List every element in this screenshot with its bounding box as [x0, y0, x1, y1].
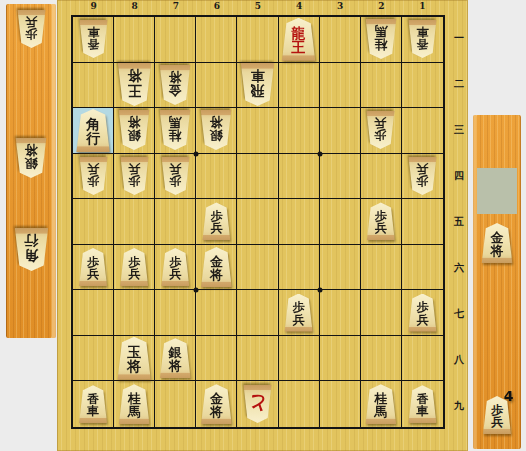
square-6-6[interactable]: 金将	[196, 245, 237, 291]
piece-kanji: 兵	[491, 416, 503, 428]
square-2-5[interactable]: 歩兵	[361, 199, 402, 245]
file-label: 1	[402, 1, 443, 14]
square-3-2[interactable]	[320, 63, 361, 109]
square-4-8[interactable]	[279, 336, 320, 382]
piece-kanji: 玉	[127, 345, 141, 359]
square-4-6[interactable]	[279, 245, 320, 291]
hoshi-dot	[194, 151, 199, 156]
piece-kanji: 王	[127, 84, 141, 98]
square-5-5[interactable]	[237, 199, 278, 245]
piece-king-gote[interactable]: 王将	[116, 63, 153, 106]
piece-kanji: 兵	[293, 314, 305, 326]
square-2-7[interactable]	[361, 290, 402, 336]
square-2-4[interactable]	[361, 154, 402, 200]
piece-kanji: 歩	[87, 175, 99, 187]
piece-kanji: 歩	[375, 129, 387, 141]
piece-pawn-gote[interactable]: 歩兵	[160, 157, 191, 195]
piece-kanji: 車	[250, 70, 264, 84]
square-8-5[interactable]	[114, 199, 155, 245]
piece-pawn-gote[interactable]: 歩兵	[407, 157, 438, 195]
piece-kanji: 将	[169, 359, 182, 372]
piece-gold-sente[interactable]: 金将	[199, 247, 233, 287]
square-4-4[interactable]	[279, 154, 320, 200]
square-8-1[interactable]	[114, 17, 155, 63]
piece-kanji: と	[248, 394, 267, 413]
rank-label: 八	[451, 337, 467, 383]
piece-bishop-sente[interactable]: 角行	[75, 109, 112, 152]
square-6-9[interactable]: 金将	[196, 381, 237, 427]
square-9-8[interactable]	[73, 336, 114, 382]
piece-kanji: 香	[416, 38, 428, 50]
square-9-2[interactable]	[73, 63, 114, 109]
piece-pawn-sente[interactable]: 歩兵	[365, 202, 396, 240]
file-label: 7	[155, 1, 196, 14]
piece-pawn-gote[interactable]: 歩兵	[78, 157, 109, 195]
square-7-6[interactable]: 歩兵	[155, 245, 196, 291]
hand-slot-silver: 銀将	[6, 138, 56, 178]
piece-kanji: 兵	[87, 163, 99, 175]
square-6-7[interactable]	[196, 290, 237, 336]
piece-kanji: 桂	[128, 392, 141, 405]
piece-kanji: 歩	[293, 301, 305, 313]
piece-kanji: 兵	[169, 163, 181, 175]
piece-pawn-sente[interactable]: 歩兵	[283, 294, 314, 332]
piece-kanji: 将	[169, 71, 182, 84]
square-7-5[interactable]	[155, 199, 196, 245]
square-9-3[interactable]: 角行	[73, 108, 114, 154]
file-label: 2	[361, 1, 402, 14]
rank-labels-column: 一二三四五六七八九	[451, 15, 467, 429]
piece-kanji: 銀	[210, 129, 223, 142]
piece-kanji: 金	[491, 231, 504, 244]
file-label: 6	[196, 1, 237, 14]
piece-king-sente[interactable]: 玉将	[116, 337, 153, 380]
square-2-1[interactable]: 桂馬	[361, 17, 402, 63]
square-4-1[interactable]: 龍王	[279, 17, 320, 63]
square-3-4[interactable]	[320, 154, 361, 200]
piece-kanji: 兵	[25, 16, 37, 28]
piece-kanji: 兵	[128, 163, 140, 175]
piece-kanji: 将	[127, 70, 141, 84]
piece-kanji: 龍	[292, 26, 306, 40]
piece-kanji: 車	[416, 26, 428, 38]
piece-gold-gote[interactable]: 金将	[158, 65, 192, 105]
square-4-2[interactable]	[279, 63, 320, 109]
square-3-6[interactable]	[320, 245, 361, 291]
piece-kanji: 飛	[250, 84, 264, 98]
square-9-4[interactable]: 歩兵	[73, 154, 114, 200]
square-8-9[interactable]: 桂馬	[114, 381, 155, 427]
rank-label: 一	[451, 15, 467, 61]
board-grid: 香車龍王桂馬香車王将金将飛車角行銀将桂馬銀将歩兵歩兵歩兵歩兵歩兵歩兵歩兵歩兵歩兵…	[73, 17, 443, 427]
piece-kanji: 歩	[128, 175, 140, 187]
piece-kanji: 歩	[416, 175, 428, 187]
square-1-2[interactable]	[402, 63, 443, 109]
hoshi-dot	[194, 288, 199, 293]
piece-kanji: 馬	[169, 116, 182, 129]
sente-captured-stand: 金将歩兵4	[473, 115, 521, 449]
piece-kanji: 歩	[169, 175, 181, 187]
piece-kanji: 馬	[374, 25, 387, 38]
piece-kanji: 角	[24, 249, 38, 263]
square-4-5[interactable]	[279, 199, 320, 245]
board-grid-frame: 香車龍王桂馬香車王将金将飛車角行銀将桂馬銀将歩兵歩兵歩兵歩兵歩兵歩兵歩兵歩兵歩兵…	[71, 15, 445, 429]
rank-label: 六	[451, 245, 467, 291]
file-labels-row: 987654321	[73, 1, 443, 14]
square-3-3[interactable]	[320, 108, 361, 154]
square-5-3[interactable]	[237, 108, 278, 154]
square-9-7[interactable]	[73, 290, 114, 336]
square-7-7[interactable]	[155, 290, 196, 336]
piece-rook-gote[interactable]: 飛車	[239, 63, 276, 106]
piece-silver-gote[interactable]: 銀将	[14, 138, 48, 178]
square-7-1[interactable]	[155, 17, 196, 63]
piece-kanji: 兵	[210, 222, 222, 234]
piece-kanji: 将	[128, 116, 141, 129]
square-5-6[interactable]	[237, 245, 278, 291]
hand-piece-count: 4	[504, 388, 514, 404]
file-label: 4	[279, 1, 320, 14]
square-2-6[interactable]	[361, 245, 402, 291]
hand-slot-bishop: 角行	[6, 228, 56, 271]
square-1-9[interactable]: 香車	[402, 381, 443, 427]
piece-kanji: 車	[87, 405, 99, 417]
rank-label: 七	[451, 291, 467, 337]
rank-label: 四	[451, 153, 467, 199]
piece-kanji: 将	[210, 116, 223, 129]
square-2-8[interactable]	[361, 336, 402, 382]
piece-kanji: 兵	[416, 163, 428, 175]
square-5-7[interactable]	[237, 290, 278, 336]
square-4-3[interactable]	[279, 108, 320, 154]
square-2-9[interactable]: 桂馬	[361, 381, 402, 427]
piece-knight-sente[interactable]: 桂馬	[117, 384, 151, 424]
square-5-8[interactable]	[237, 336, 278, 382]
shogi-app: 歩兵銀将角行 987654321 一二三四五六七八九 香車龍王桂馬香車王将金将飛…	[0, 0, 526, 451]
piece-pawn-gote[interactable]: 歩兵	[16, 10, 47, 48]
square-1-7[interactable]: 歩兵	[402, 290, 443, 336]
piece-silver-sente[interactable]: 銀将	[158, 338, 192, 378]
piece-pawn-sente[interactable]: 歩兵	[78, 248, 109, 286]
square-1-5[interactable]	[402, 199, 443, 245]
square-3-8[interactable]	[320, 336, 361, 382]
file-label: 5	[237, 1, 278, 14]
piece-kanji: 将	[25, 144, 38, 157]
piece-lance-gote[interactable]: 香車	[78, 20, 109, 58]
piece-gold-sente[interactable]: 金将	[480, 223, 514, 263]
square-5-4[interactable]	[237, 154, 278, 200]
piece-kanji: 馬	[128, 405, 141, 418]
piece-silver-gote[interactable]: 銀将	[117, 110, 151, 150]
piece-kanji: 兵	[128, 268, 140, 280]
square-1-6[interactable]	[402, 245, 443, 291]
piece-kanji: 兵	[375, 117, 387, 129]
square-9-1[interactable]: 香車	[73, 17, 114, 63]
square-4-9[interactable]	[279, 381, 320, 427]
piece-bishop-gote[interactable]: 角行	[13, 228, 50, 271]
piece-lance-sente[interactable]: 香車	[407, 385, 438, 423]
square-6-3[interactable]: 銀将	[196, 108, 237, 154]
square-3-9[interactable]	[320, 381, 361, 427]
square-9-6[interactable]: 歩兵	[73, 245, 114, 291]
piece-kanji: 角	[86, 117, 100, 131]
gote-captured-stand: 歩兵銀将角行	[6, 4, 56, 338]
piece-silver-gote[interactable]: 銀将	[199, 110, 233, 150]
piece-kanji: 行	[86, 131, 100, 145]
square-3-5[interactable]	[320, 199, 361, 245]
square-2-2[interactable]	[361, 63, 402, 109]
piece-kanji: 歩	[416, 301, 428, 313]
piece-pawn-gote[interactable]: 歩兵	[365, 111, 396, 149]
piece-kanji: 桂	[374, 392, 387, 405]
rank-label: 二	[451, 61, 467, 107]
piece-kanji: 行	[24, 234, 38, 248]
piece-tokin-gote[interactable]: と	[242, 385, 273, 423]
square-6-5[interactable]: 歩兵	[196, 199, 237, 245]
file-label: 3	[320, 1, 361, 14]
piece-lance-sente[interactable]: 香車	[78, 385, 109, 423]
square-7-2[interactable]: 金将	[155, 63, 196, 109]
empty-hand-slot	[477, 168, 517, 214]
piece-pawn-gote[interactable]: 歩兵	[119, 157, 150, 195]
square-7-8[interactable]: 銀将	[155, 336, 196, 382]
piece-dragon-sente[interactable]: 龍王	[280, 18, 317, 61]
square-3-1[interactable]	[320, 17, 361, 63]
piece-gold-sente[interactable]: 金将	[199, 384, 233, 424]
piece-kanji: 車	[87, 26, 99, 38]
square-7-3[interactable]: 桂馬	[155, 108, 196, 154]
piece-kanji: 歩	[25, 28, 37, 40]
square-8-7[interactable]	[114, 290, 155, 336]
square-8-8[interactable]: 玉将	[114, 336, 155, 382]
square-8-4[interactable]: 歩兵	[114, 154, 155, 200]
piece-kanji: 銀	[128, 129, 141, 142]
piece-kanji: 銀	[25, 157, 38, 170]
square-9-5[interactable]	[73, 199, 114, 245]
square-2-3[interactable]: 歩兵	[361, 108, 402, 154]
rank-label: 五	[451, 199, 467, 245]
piece-pawn-sente[interactable]: 歩兵	[407, 294, 438, 332]
piece-kanji: 金	[210, 392, 223, 405]
square-8-6[interactable]: 歩兵	[114, 245, 155, 291]
square-1-1[interactable]: 香車	[402, 17, 443, 63]
piece-kanji: 金	[210, 255, 223, 268]
square-8-2[interactable]: 王将	[114, 63, 155, 109]
piece-lance-gote[interactable]: 香車	[407, 20, 438, 58]
piece-kanji: 車	[416, 405, 428, 417]
hoshi-dot	[317, 151, 322, 156]
square-3-7[interactable]	[320, 290, 361, 336]
rank-label: 三	[451, 107, 467, 153]
square-1-8[interactable]	[402, 336, 443, 382]
square-5-9[interactable]: と	[237, 381, 278, 427]
square-6-8[interactable]	[196, 336, 237, 382]
piece-kanji: 銀	[169, 346, 182, 359]
piece-kanji: 桂	[169, 129, 182, 142]
file-label: 8	[114, 1, 155, 14]
square-6-2[interactable]	[196, 63, 237, 109]
square-6-4[interactable]	[196, 154, 237, 200]
piece-pawn-sente[interactable]: 歩兵	[119, 248, 150, 286]
piece-kanji: 将	[127, 359, 141, 373]
square-1-4[interactable]: 歩兵	[402, 154, 443, 200]
hand-slot-pawn: 歩兵	[6, 10, 56, 48]
square-9-9[interactable]: 香車	[73, 381, 114, 427]
piece-knight-sente[interactable]: 桂馬	[364, 384, 398, 424]
piece-kanji: 将	[210, 405, 223, 418]
hand-slot-gold: 金将	[473, 223, 521, 263]
square-1-3[interactable]	[402, 108, 443, 154]
piece-pawn-sente[interactable]: 歩兵	[201, 202, 232, 240]
piece-kanji: 馬	[374, 405, 387, 418]
piece-kanji: 香	[87, 38, 99, 50]
file-label: 9	[73, 1, 114, 14]
board-panel: 987654321 一二三四五六七八九 香車龍王桂馬香車王将金将飛車角行銀将桂馬…	[57, 0, 468, 451]
piece-knight-gote[interactable]: 桂馬	[364, 19, 398, 59]
piece-pawn-sente[interactable]: 歩兵	[160, 248, 191, 286]
piece-kanji: 将	[491, 244, 504, 257]
square-7-4[interactable]: 歩兵	[155, 154, 196, 200]
piece-kanji: 将	[210, 268, 223, 281]
piece-pawn-sente[interactable]: 歩兵4	[482, 396, 513, 434]
square-4-7[interactable]: 歩兵	[279, 290, 320, 336]
square-7-9[interactable]	[155, 381, 196, 427]
square-6-1[interactable]	[196, 17, 237, 63]
piece-kanji: 兵	[87, 268, 99, 280]
piece-kanji: 桂	[374, 38, 387, 51]
hoshi-dot	[317, 288, 322, 293]
square-5-1[interactable]	[237, 17, 278, 63]
piece-knight-gote[interactable]: 桂馬	[158, 110, 192, 150]
piece-kanji: 王	[292, 40, 306, 54]
piece-kanji: 兵	[169, 268, 181, 280]
hand-slot-pawn: 歩兵4	[473, 396, 521, 434]
rank-label: 九	[451, 383, 467, 429]
piece-kanji: 金	[169, 84, 182, 97]
piece-kanji: 兵	[416, 314, 428, 326]
piece-kanji: 兵	[375, 222, 387, 234]
square-8-3[interactable]: 銀将	[114, 108, 155, 154]
square-5-2[interactable]: 飛車	[237, 63, 278, 109]
